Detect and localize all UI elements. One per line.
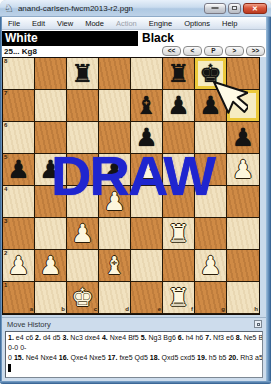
square-d2[interactable]: ♝ [99, 250, 131, 282]
close-button[interactable]: ✕ [243, 3, 267, 14]
square-e7[interactable]: ♝ [131, 90, 163, 122]
players-row: White Black [2, 30, 266, 46]
file-label-e: e [158, 306, 161, 313]
square-a8[interactable]: 8 [3, 58, 35, 90]
black-pawn-piece: ♟ [167, 91, 189, 121]
app-window: ♘ anand-carlsen-fwcm2013-r2.pgn ✕ FileEd… [0, 0, 271, 384]
rank-label-5: 5 [4, 154, 7, 161]
file-label-f: f [191, 306, 193, 313]
move-white[interactable]: fxe5 [119, 354, 132, 361]
move-white[interactable]: h4 [186, 334, 194, 341]
draw-overlay-text: DRAW [51, 148, 214, 204]
maximize-icon [232, 6, 237, 10]
file-label-h: h [254, 306, 258, 313]
move-black[interactable]: d5 [53, 334, 61, 341]
move-white[interactable]: Qxd5 [162, 354, 179, 361]
menu-item-action: Action [110, 19, 143, 28]
square-f7[interactable]: ♟ [163, 90, 195, 122]
navigation-row: 25... Kg8 <<<P>>> [2, 46, 266, 57]
square-e8[interactable] [131, 58, 163, 90]
move-white[interactable]: Ng3 [149, 334, 162, 341]
move-number: 5. [141, 334, 147, 341]
move-black[interactable]: Bh7 [259, 334, 264, 341]
square-d7[interactable] [99, 90, 131, 122]
minimize-button[interactable] [204, 3, 226, 14]
square-a7[interactable]: 7 [3, 90, 35, 122]
next-move-button[interactable]: > [225, 46, 244, 56]
rank-label-2: 2 [4, 250, 7, 257]
rank-label-3: 3 [4, 218, 7, 225]
square-e3[interactable] [131, 218, 163, 250]
window-frame-left [0, 17, 2, 384]
menu-item-engine[interactable]: Engine [143, 19, 178, 28]
move-black[interactable]: Nxe5 [89, 354, 105, 361]
move-black[interactable]: c6 [26, 334, 33, 341]
title-bar[interactable]: ♘ anand-carlsen-fwcm2013-r2.pgn ✕ [0, 0, 271, 17]
window-title: anand-carlsen-fwcm2013-r2.pgn [18, 4, 202, 13]
move-number: 18. [150, 354, 160, 361]
square-c7[interactable] [67, 90, 99, 122]
file-label-d: d [125, 306, 129, 313]
white-bishop-piece: ♝ [103, 251, 125, 281]
move-black[interactable]: cxd5 [180, 354, 195, 361]
square-b3[interactable] [35, 218, 67, 250]
window-frame-right [266, 17, 271, 384]
last-move-button[interactable]: >> [246, 46, 265, 56]
square-f8[interactable]: ♜ [163, 58, 195, 90]
file-label-c: c [94, 306, 97, 313]
maximize-button[interactable] [228, 3, 241, 14]
move-white[interactable]: Ne4 [26, 354, 39, 361]
menu-item-help[interactable]: Help [216, 19, 243, 28]
square-a6[interactable]: 6 [3, 122, 35, 154]
rank-label-7: 7 [4, 90, 7, 97]
square-c1[interactable]: ♚c [67, 282, 99, 314]
file-label-b: b [61, 306, 65, 313]
square-e2[interactable] [131, 250, 163, 282]
move-number: 1. [8, 334, 14, 341]
move-list[interactable]: 1.e4c62.d4d53.Nc3dxe44.Nxe4Bf55.Ng3Bg66.… [5, 331, 263, 378]
square-e1[interactable]: e [131, 282, 163, 314]
square-a3[interactable]: 3 [3, 218, 35, 250]
rank-label-1: 1 [4, 282, 7, 289]
white-king-piece: ♚ [71, 283, 93, 313]
move-white[interactable]: Nxe4 [110, 334, 126, 341]
white-pawn-piece: ♟ [7, 251, 29, 281]
first-move-button[interactable]: << [162, 46, 181, 56]
move-number: 8. [236, 334, 242, 341]
move-black[interactable]: e6 [226, 334, 234, 341]
move-black[interactable]: Nxe4 [40, 354, 56, 361]
white-pawn-piece: ♟ [232, 155, 254, 185]
square-g1[interactable]: g [195, 282, 227, 314]
square-f3[interactable]: ♜ [163, 218, 195, 250]
square-b7[interactable] [35, 90, 67, 122]
move-number: 19. [197, 354, 207, 361]
move-number: 6. [178, 334, 184, 341]
square-a4[interactable]: 4 [3, 186, 35, 218]
move-white[interactable]: Rh3 [240, 354, 253, 361]
white-rook-piece: ♜ [167, 283, 189, 313]
file-label-g: g [221, 306, 225, 313]
square-a5[interactable]: ♟5 [3, 154, 35, 186]
move-white[interactable]: Ne5 [244, 334, 257, 341]
menu-item-edit[interactable]: Edit [26, 19, 51, 28]
white-pawn-piece: ♟ [39, 251, 61, 281]
move-number: 7. [205, 334, 211, 341]
menu-item-view[interactable]: View [51, 19, 79, 28]
move-white[interactable]: Qxe4 [71, 354, 88, 361]
move-history-title: Move History [7, 320, 51, 329]
move-white[interactable]: e4 [16, 334, 24, 341]
square-c8[interactable]: ♜ [67, 58, 99, 90]
rank-label-4: 4 [4, 186, 7, 193]
move-number: 20. [228, 354, 238, 361]
move-number: 2. [35, 334, 41, 341]
square-a2[interactable]: ♟2 [3, 250, 35, 282]
square-h1[interactable]: h [227, 282, 259, 314]
white-player-label: White [2, 31, 138, 46]
move-black[interactable]: dxe4 [85, 334, 100, 341]
move-black[interactable]: Qd5 [135, 354, 148, 361]
move-black[interactable]: h6 [195, 334, 203, 341]
move-black[interactable]: Bf5 [128, 334, 139, 341]
move-white[interactable]: Nf3 [213, 334, 224, 341]
square-h3[interactable] [227, 218, 259, 250]
white-pawn-piece: ♟ [199, 251, 221, 281]
black-rook-piece: ♜ [71, 59, 93, 89]
move-black[interactable]: a5 [255, 354, 263, 361]
move-black[interactable]: b5 [219, 354, 227, 361]
square-d8[interactable] [99, 58, 131, 90]
square-c2[interactable] [67, 250, 99, 282]
rank-label-8: 8 [4, 58, 7, 65]
rank-label-6: 6 [4, 122, 7, 129]
square-a1[interactable]: 1a [3, 282, 35, 314]
move-number: 3. [62, 334, 68, 341]
menu-item-mode[interactable]: Mode [79, 19, 110, 28]
square-d3[interactable] [99, 218, 131, 250]
menu-item-options[interactable]: Options [178, 19, 216, 28]
square-g3[interactable] [195, 218, 227, 250]
move-number: 15. [14, 354, 24, 361]
move-white[interactable]: d4 [43, 334, 51, 341]
nav-buttons: <<<P>>> [162, 46, 265, 56]
text-cursor [8, 364, 11, 372]
move-number: 4. [102, 334, 108, 341]
square-h2[interactable] [227, 250, 259, 282]
square-b8[interactable] [35, 58, 67, 90]
square-d1[interactable]: d [99, 282, 131, 314]
white-pawn-piece: ♟ [71, 219, 93, 249]
black-pawn-piece: ♟ [7, 155, 29, 185]
square-c3[interactable]: ♟ [67, 218, 99, 250]
menu-bar: FileEditViewModeActionEngineOptionsHelp [2, 17, 266, 30]
square-f1[interactable]: ♜f [163, 282, 195, 314]
move-number: 17. [108, 354, 118, 361]
panel-window-icon[interactable] [254, 320, 262, 328]
prev-move-button[interactable]: < [183, 46, 202, 56]
black-bishop-piece: ♝ [135, 91, 157, 121]
square-g2[interactable]: ♟ [195, 250, 227, 282]
move-white[interactable]: h5 [209, 354, 217, 361]
menu-item-file[interactable]: File [2, 19, 26, 28]
current-move-label: 25... Kg8 [4, 46, 37, 57]
square-b1[interactable]: b [35, 282, 67, 314]
white-rook-piece: ♜ [167, 219, 189, 249]
app-knight-icon: ♘ [4, 3, 14, 14]
square-h4[interactable] [227, 186, 259, 218]
mouse-cursor-icon [212, 80, 248, 134]
black-rook-piece: ♜ [167, 59, 189, 89]
black-player-label: Black [142, 31, 174, 46]
promote-button[interactable]: P [204, 46, 223, 56]
minimize-icon [211, 7, 219, 9]
file-label-a: a [30, 306, 33, 313]
move-white[interactable]: Nc3 [70, 334, 82, 341]
square-f2[interactable] [163, 250, 195, 282]
square-h5[interactable]: ♟ [227, 154, 259, 186]
move-number: 16. [59, 354, 69, 361]
move-history-panel: Move History 1.e4c62.d4d53.Nc3dxe44.Nxe4… [2, 317, 266, 381]
move-black[interactable]: Bg6 [163, 334, 175, 341]
square-b2[interactable]: ♟ [35, 250, 67, 282]
